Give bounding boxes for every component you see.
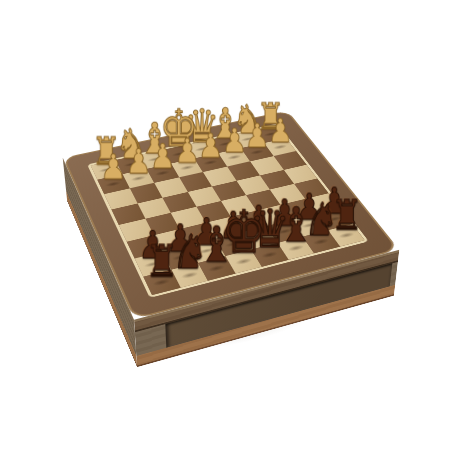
chess-box: ♜♞♝♚♛♝♞♜♟♟♟♟♟♟♟♟♟♟♟♟♟♟♟♟♜♞♝♚♛♝♞♜ (63, 110, 400, 319)
square-h8[interactable]: ♜ (143, 269, 180, 295)
piece-white-pawn-e2[interactable]: ♟ (174, 135, 200, 168)
piece-black-rook-h8[interactable]: ♜ (145, 239, 179, 283)
piece-white-pawn-g2[interactable]: ♟ (125, 145, 151, 179)
piece-white-pawn-f2[interactable]: ♟ (150, 140, 176, 174)
square-a4[interactable] (283, 164, 317, 184)
piece-white-pawn-d2[interactable]: ♟ (198, 130, 223, 163)
piece-white-pawn-c2[interactable]: ♟ (222, 125, 247, 158)
piece-white-pawn-b2[interactable]: ♟ (245, 120, 270, 153)
scene-3d: ♜♞♝♚♛♝♞♜♟♟♟♟♟♟♟♟♟♟♟♟♟♟♟♟♜♞♝♚♛♝♞♜ (0, 0, 450, 450)
chess-box-photo: ♜♞♝♚♛♝♞♜♟♟♟♟♟♟♟♟♟♟♟♟♟♟♟♟♜♞♝♚♛♝♞♜ (0, 0, 450, 450)
piece-white-pawn-h2[interactable]: ♟ (100, 150, 126, 184)
piece-white-pawn-a2[interactable]: ♟ (268, 115, 293, 148)
